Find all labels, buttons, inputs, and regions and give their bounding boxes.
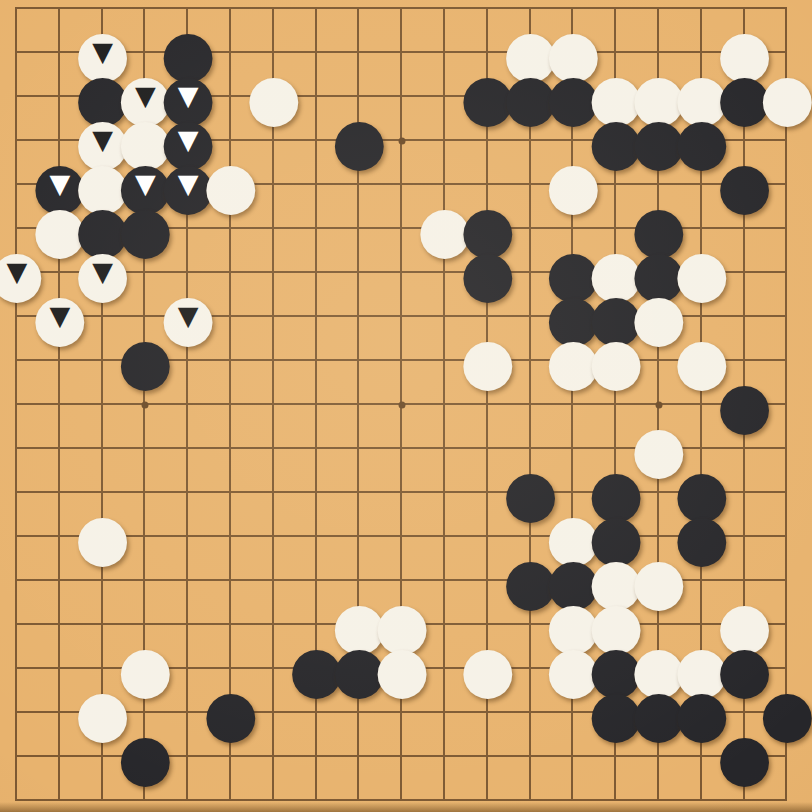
stone-glyph: ● bbox=[460, 241, 516, 305]
stone-glyph: ● bbox=[203, 681, 259, 745]
black-stone: ● bbox=[713, 153, 777, 217]
triangle-mark-icon: ▼ bbox=[7, 258, 28, 285]
triangle-mark-icon: ▼ bbox=[92, 258, 113, 285]
stone-glyph: ● bbox=[331, 109, 387, 173]
stone-glyph: ● bbox=[717, 153, 773, 217]
stone-glyph: ● bbox=[246, 65, 302, 129]
star-point bbox=[656, 402, 663, 409]
black-stone: ● bbox=[713, 373, 777, 437]
white-stone: ● bbox=[199, 153, 263, 217]
white-stone: ● bbox=[71, 505, 135, 569]
stone-glyph: ● bbox=[75, 505, 131, 569]
black-stone: ● bbox=[713, 725, 777, 789]
stone-glyph: ● bbox=[717, 373, 773, 437]
stone-glyph: ● bbox=[117, 329, 173, 393]
stone-glyph: ● bbox=[117, 725, 173, 789]
black-stone: ● bbox=[456, 241, 520, 305]
star-point bbox=[142, 402, 149, 409]
white-stone: ● bbox=[456, 329, 520, 393]
triangle-mark-icon: ▼ bbox=[178, 302, 199, 329]
black-stone: ● bbox=[113, 329, 177, 393]
white-stone: ● bbox=[370, 637, 434, 701]
screenshot-stage: ●▼●●●●●●▼●▼●●●●●●●●●●▼●●▼●●●●●▼●●▼●▼●●●●… bbox=[0, 0, 812, 812]
white-stone: ● bbox=[242, 65, 306, 129]
stone-glyph: ● bbox=[374, 637, 430, 701]
triangle-mark-icon: ▼ bbox=[49, 302, 70, 329]
star-point bbox=[399, 402, 406, 409]
stone-glyph: ● bbox=[759, 65, 812, 129]
black-stone: ● bbox=[327, 109, 391, 173]
stone-glyph: ● bbox=[460, 329, 516, 393]
go-board[interactable]: ●▼●●●●●●▼●▼●●●●●●●●●●▼●●▼●●●●●▼●●▼●▼●●●●… bbox=[0, 0, 812, 812]
black-stone: ● bbox=[113, 725, 177, 789]
white-stone-triangle-marked: ●▼ bbox=[28, 285, 92, 349]
stone-glyph: ● bbox=[717, 725, 773, 789]
stone-glyph: ● bbox=[588, 329, 644, 393]
stone-glyph: ● bbox=[460, 637, 516, 701]
black-stone: ● bbox=[199, 681, 263, 745]
white-stone: ● bbox=[456, 637, 520, 701]
triangle-mark-icon: ▼ bbox=[178, 170, 199, 197]
white-stone: ● bbox=[755, 65, 812, 129]
white-stone: ● bbox=[541, 153, 605, 217]
stone-glyph: ● bbox=[545, 153, 601, 217]
stone-glyph: ● bbox=[203, 153, 259, 217]
star-point bbox=[399, 138, 406, 145]
white-stone: ● bbox=[584, 329, 648, 393]
